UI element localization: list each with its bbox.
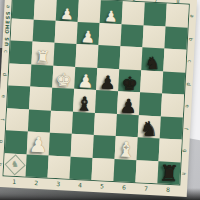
square-e2	[29, 87, 52, 111]
square-a4	[78, 0, 101, 23]
coord-right-a: a	[181, 12, 200, 21]
coord-right-b: b	[180, 34, 200, 43]
square-a5: ♟	[100, 0, 123, 24]
logo-knight-icon: ♞	[11, 160, 20, 169]
coord-bottom-3: 3	[47, 179, 69, 190]
coord-bottom-6: 6	[113, 182, 135, 193]
coord-right-e: e	[176, 101, 199, 110]
square-e7	[139, 92, 162, 116]
square-f6	[116, 114, 139, 138]
coord-bottom-5: 5	[91, 181, 113, 192]
photo-of-chess-board: 12345678 12345678 abcdefgh abcdefgh US C…	[0, 0, 200, 200]
coord-bottom-8: 8	[157, 184, 179, 195]
square-h7	[135, 160, 158, 184]
square-c3	[53, 43, 76, 67]
coord-right-h: h	[172, 169, 195, 178]
square-g5	[93, 135, 116, 159]
coord-left-e: e	[0, 92, 15, 101]
square-g6: ♝	[115, 136, 138, 160]
square-g7	[137, 137, 160, 161]
coord-right-f: f	[175, 124, 198, 133]
coord-bottom-4: 4	[69, 180, 91, 191]
white-bishop-g6: ♝	[115, 139, 138, 161]
square-b4: ♟	[77, 21, 100, 45]
coord-left-c: c	[0, 47, 17, 56]
square-f7: ♞	[138, 115, 161, 139]
square-b3	[55, 20, 78, 44]
coord-right-d: d	[177, 79, 200, 88]
square-a3: ♟	[56, 0, 79, 21]
square-h2	[26, 154, 49, 178]
square-c2: ♜	[31, 42, 54, 66]
chess-board: 12345678 12345678 abcdefgh abcdefgh US C…	[0, 0, 197, 197]
square-b5	[99, 23, 122, 47]
square-g2: ♟	[27, 131, 50, 155]
black-knight-f7: ♞	[138, 118, 161, 139]
square-g4	[71, 134, 94, 158]
square-c4	[75, 44, 98, 68]
coord-left-g: g	[0, 137, 13, 146]
square-f2	[28, 109, 51, 133]
white-pawn-g2: ♟	[27, 134, 50, 156]
square-h6	[113, 159, 136, 183]
square-e3	[51, 88, 74, 112]
square-c7: ♞	[141, 47, 164, 71]
square-h5	[91, 157, 114, 181]
square-a2	[34, 0, 57, 20]
square-d6: ♚	[118, 69, 141, 93]
coord-left-h: h	[0, 159, 12, 168]
square-f3	[50, 110, 73, 134]
square-a6	[122, 1, 145, 25]
black-bishop-e4: ♝	[73, 93, 96, 113]
square-e4: ♝	[73, 89, 96, 113]
square-b2	[33, 19, 56, 43]
square-h3	[48, 155, 71, 179]
square-d7	[140, 70, 163, 94]
coord-bottom-2: 2	[25, 177, 47, 188]
coord-left-f: f	[0, 114, 14, 123]
square-b7	[142, 25, 165, 49]
square-c5	[97, 45, 120, 69]
square-b6	[120, 24, 143, 48]
coord-right-c: c	[178, 57, 200, 66]
square-c6	[119, 46, 142, 70]
square-d5: ♟	[96, 68, 119, 92]
square-h4	[69, 156, 92, 180]
coord-right-g: g	[174, 146, 197, 155]
square-f5	[94, 112, 117, 136]
square-e6: ♟	[117, 91, 140, 115]
square-d3: ♚	[52, 65, 75, 89]
board-grid: ♟♟♟♜♞♚♟♟♚♝♟♞♟♝♞♜	[4, 0, 189, 184]
square-f4	[72, 111, 95, 135]
black-pawn-e6: ♟	[117, 96, 140, 116]
coord-left-d: d	[0, 69, 16, 78]
coord-bottom-1: 1	[3, 176, 25, 187]
coord-bottom-7: 7	[135, 183, 157, 194]
square-d2	[30, 64, 53, 88]
square-d4: ♟	[74, 66, 97, 90]
square-g3	[49, 133, 72, 157]
square-a7	[144, 2, 167, 26]
square-e5	[95, 90, 118, 114]
